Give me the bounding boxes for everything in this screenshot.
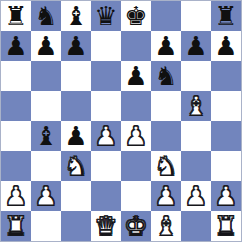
square-h3[interactable] bbox=[211, 151, 241, 181]
piece-black-bishop[interactable]: ♝ bbox=[64, 1, 87, 31]
piece-black-pawn[interactable]: ♟ bbox=[214, 31, 237, 61]
piece-white-pawn[interactable]: ♟ bbox=[94, 121, 117, 151]
square-g5[interactable]: ♝ bbox=[181, 91, 211, 121]
square-d4[interactable]: ♟ bbox=[91, 121, 121, 151]
square-g2[interactable]: ♟ bbox=[181, 181, 211, 211]
piece-white-queen[interactable]: ♛ bbox=[94, 211, 117, 241]
square-f2[interactable]: ♟ bbox=[151, 181, 181, 211]
piece-white-rook[interactable]: ♜ bbox=[214, 211, 237, 241]
square-a8[interactable]: ♜ bbox=[1, 1, 31, 31]
square-a1[interactable]: ♜ bbox=[1, 211, 31, 241]
piece-black-pawn[interactable]: ♟ bbox=[4, 31, 27, 61]
piece-white-pawn[interactable]: ♟ bbox=[124, 121, 147, 151]
square-g1[interactable] bbox=[181, 211, 211, 241]
square-f5[interactable] bbox=[151, 91, 181, 121]
piece-black-pawn[interactable]: ♟ bbox=[184, 31, 207, 61]
square-h6[interactable] bbox=[211, 61, 241, 91]
square-b3[interactable] bbox=[31, 151, 61, 181]
square-e5[interactable] bbox=[121, 91, 151, 121]
square-d7[interactable] bbox=[91, 31, 121, 61]
square-h4[interactable] bbox=[211, 121, 241, 151]
square-d1[interactable]: ♛ bbox=[91, 211, 121, 241]
chess-board: ♜♞♝♛♚♜♟♟♟♟♟♟♟♞♝♝♟♟♟♞♞♟♟♟♟♟♜♛♚♝♜ bbox=[0, 0, 242, 242]
square-d2[interactable] bbox=[91, 181, 121, 211]
piece-white-pawn[interactable]: ♟ bbox=[34, 181, 57, 211]
square-e7[interactable] bbox=[121, 31, 151, 61]
square-b1[interactable] bbox=[31, 211, 61, 241]
piece-black-knight[interactable]: ♞ bbox=[34, 1, 57, 31]
piece-white-knight[interactable]: ♞ bbox=[64, 151, 87, 181]
square-d5[interactable] bbox=[91, 91, 121, 121]
square-a5[interactable] bbox=[1, 91, 31, 121]
square-f6[interactable]: ♞ bbox=[151, 61, 181, 91]
square-b5[interactable] bbox=[31, 91, 61, 121]
square-d6[interactable] bbox=[91, 61, 121, 91]
square-d8[interactable]: ♛ bbox=[91, 1, 121, 31]
square-c5[interactable] bbox=[61, 91, 91, 121]
square-b2[interactable]: ♟ bbox=[31, 181, 61, 211]
piece-white-pawn[interactable]: ♟ bbox=[214, 181, 237, 211]
square-e1[interactable]: ♚ bbox=[121, 211, 151, 241]
square-a4[interactable] bbox=[1, 121, 31, 151]
piece-black-pawn[interactable]: ♟ bbox=[64, 31, 87, 61]
square-c6[interactable] bbox=[61, 61, 91, 91]
square-g7[interactable]: ♟ bbox=[181, 31, 211, 61]
piece-black-pawn[interactable]: ♟ bbox=[34, 31, 57, 61]
piece-black-rook[interactable]: ♜ bbox=[4, 1, 27, 31]
square-h5[interactable] bbox=[211, 91, 241, 121]
square-f8[interactable] bbox=[151, 1, 181, 31]
square-c4[interactable]: ♟ bbox=[61, 121, 91, 151]
piece-white-king[interactable]: ♚ bbox=[124, 211, 147, 241]
square-h7[interactable]: ♟ bbox=[211, 31, 241, 61]
piece-white-bishop[interactable]: ♝ bbox=[184, 91, 207, 121]
square-b7[interactable]: ♟ bbox=[31, 31, 61, 61]
piece-black-pawn[interactable]: ♟ bbox=[124, 61, 147, 91]
square-g6[interactable] bbox=[181, 61, 211, 91]
square-f1[interactable]: ♝ bbox=[151, 211, 181, 241]
square-c8[interactable]: ♝ bbox=[61, 1, 91, 31]
square-b4[interactable]: ♝ bbox=[31, 121, 61, 151]
piece-black-knight[interactable]: ♞ bbox=[154, 61, 177, 91]
square-b6[interactable] bbox=[31, 61, 61, 91]
square-g8[interactable] bbox=[181, 1, 211, 31]
square-c7[interactable]: ♟ bbox=[61, 31, 91, 61]
square-e3[interactable] bbox=[121, 151, 151, 181]
square-h1[interactable]: ♜ bbox=[211, 211, 241, 241]
square-d3[interactable] bbox=[91, 151, 121, 181]
square-c3[interactable]: ♞ bbox=[61, 151, 91, 181]
square-f4[interactable] bbox=[151, 121, 181, 151]
piece-black-bishop[interactable]: ♝ bbox=[34, 121, 57, 151]
piece-white-pawn[interactable]: ♟ bbox=[154, 181, 177, 211]
piece-black-queen[interactable]: ♛ bbox=[94, 1, 117, 31]
piece-white-pawn[interactable]: ♟ bbox=[184, 181, 207, 211]
piece-white-knight[interactable]: ♞ bbox=[154, 151, 177, 181]
piece-black-pawn[interactable]: ♟ bbox=[154, 31, 177, 61]
square-a2[interactable]: ♟ bbox=[1, 181, 31, 211]
square-e8[interactable]: ♚ bbox=[121, 1, 151, 31]
square-e6[interactable]: ♟ bbox=[121, 61, 151, 91]
square-b8[interactable]: ♞ bbox=[31, 1, 61, 31]
square-h8[interactable]: ♜ bbox=[211, 1, 241, 31]
piece-black-rook[interactable]: ♜ bbox=[214, 1, 237, 31]
square-g3[interactable] bbox=[181, 151, 211, 181]
piece-white-bishop[interactable]: ♝ bbox=[154, 211, 177, 241]
square-h2[interactable]: ♟ bbox=[211, 181, 241, 211]
square-a3[interactable] bbox=[1, 151, 31, 181]
square-e2[interactable] bbox=[121, 181, 151, 211]
square-c1[interactable] bbox=[61, 211, 91, 241]
piece-white-pawn[interactable]: ♟ bbox=[4, 181, 27, 211]
square-a6[interactable] bbox=[1, 61, 31, 91]
square-c2[interactable] bbox=[61, 181, 91, 211]
square-a7[interactable]: ♟ bbox=[1, 31, 31, 61]
square-f7[interactable]: ♟ bbox=[151, 31, 181, 61]
piece-black-king[interactable]: ♚ bbox=[124, 1, 147, 31]
piece-black-pawn[interactable]: ♟ bbox=[64, 121, 87, 151]
square-f3[interactable]: ♞ bbox=[151, 151, 181, 181]
square-e4[interactable]: ♟ bbox=[121, 121, 151, 151]
square-g4[interactable] bbox=[181, 121, 211, 151]
piece-white-rook[interactable]: ♜ bbox=[4, 211, 27, 241]
